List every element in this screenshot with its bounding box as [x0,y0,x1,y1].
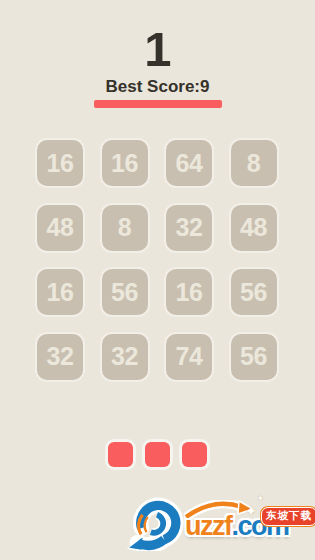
life-square-3 [182,442,207,467]
best-score-label: Best Score:9 [0,77,315,97]
tile-r1c4[interactable]: 8 [231,140,277,186]
current-score: 1 [0,25,315,74]
tile-r4c1[interactable]: 32 [37,334,83,380]
tile-r4c4[interactable]: 56 [231,334,277,380]
tile-r1c2[interactable]: 16 [102,140,148,186]
sparkle-icon: ✦ [257,495,264,503]
tile-r4c2[interactable]: 32 [102,334,148,380]
tile-r1c1[interactable]: 16 [37,140,83,186]
tile-r4c3[interactable]: 74 [166,334,212,380]
life-square-2 [145,442,170,467]
tile-r3c2[interactable]: 56 [102,269,148,315]
tile-r2c1[interactable]: 48 [37,205,83,251]
uzzf-swoosh-icon [126,495,188,551]
score-underline-bar [94,100,222,108]
wordmark-uzzf: uzzf [185,511,231,541]
badge-dongpo-download: 东坡下载 [261,507,315,526]
tile-grid: 161664848832481656165632327456 [37,140,277,380]
tile-r2c4[interactable]: 48 [231,205,277,251]
tile-r3c1[interactable]: 16 [37,269,83,315]
tile-r3c4[interactable]: 56 [231,269,277,315]
watermark-logo: ✦ ✦ ✦ uzzf.com 东坡下载 [126,492,315,558]
tile-r1c3[interactable]: 64 [166,140,212,186]
life-square-1 [108,442,133,467]
tile-r2c2[interactable]: 8 [102,205,148,251]
game-screen: 1 Best Score:9 1616648488324816561656323… [0,0,315,560]
tile-r3c3[interactable]: 16 [166,269,212,315]
tile-r2c3[interactable]: 32 [166,205,212,251]
lives-row [0,442,315,467]
